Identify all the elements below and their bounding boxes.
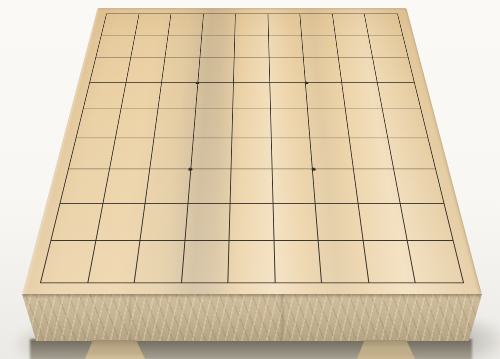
board-leg-right: [357, 340, 415, 359]
board-cell: [200, 35, 235, 58]
board-cell: [231, 169, 274, 203]
board-cell: [235, 35, 270, 58]
board-cell: [109, 138, 154, 169]
board-cell: [234, 58, 270, 83]
board-cell: [269, 35, 304, 58]
board-cell: [185, 204, 231, 241]
board-cell: [319, 241, 369, 282]
board-cell: [202, 14, 236, 35]
board-cell: [140, 204, 188, 241]
board-cell: [131, 35, 169, 58]
board-front-face: [22, 294, 482, 342]
board-cell: [339, 58, 378, 83]
board-cell: [90, 58, 131, 83]
board-cell: [158, 83, 198, 110]
board-cell: [188, 169, 232, 203]
board-cell: [196, 83, 234, 110]
board-cell: [364, 241, 416, 282]
board-cell: [395, 169, 444, 203]
board-cell: [358, 204, 408, 241]
board-cell: [121, 83, 162, 110]
board-cell: [235, 14, 268, 35]
board-cell: [302, 35, 339, 58]
hoshi-star-point: [311, 168, 316, 171]
board-cell: [389, 138, 436, 169]
board-cell: [191, 138, 233, 169]
board-cell: [272, 169, 316, 203]
board-cell: [76, 109, 121, 138]
board-cell: [401, 204, 453, 241]
board-cell: [96, 204, 146, 241]
board-cell: [96, 35, 135, 58]
board-cell: [103, 169, 150, 203]
board-cell: [271, 138, 313, 169]
board-cell: [230, 204, 275, 241]
shogi-board-surface: [22, 8, 482, 295]
board-cell: [273, 204, 319, 241]
board-cell: [408, 241, 463, 282]
board-cell: [383, 109, 428, 138]
board-cell: [274, 241, 322, 282]
board-cell: [369, 35, 408, 58]
board-cell: [135, 241, 185, 282]
board-cell: [308, 109, 349, 138]
board-cell: [229, 241, 276, 282]
board-cell: [268, 14, 302, 35]
board-cell: [316, 204, 364, 241]
board-cell: [198, 58, 235, 83]
board-cell: [270, 83, 308, 110]
product-photo-stage: [0, 0, 500, 359]
board-cell: [336, 35, 374, 58]
board-cell: [51, 204, 103, 241]
board-cell: [313, 169, 358, 203]
board-cell: [365, 14, 402, 35]
board-cell: [342, 83, 383, 110]
board-grid: [40, 14, 464, 284]
board-cell: [311, 138, 354, 169]
board-cell: [115, 109, 158, 138]
board-cell: [378, 83, 421, 110]
board-cell: [304, 58, 342, 83]
board-cell: [60, 169, 109, 203]
board-cell: [300, 14, 335, 35]
board-cell: [88, 241, 140, 282]
board-cell: [233, 83, 270, 110]
board-cell: [168, 14, 203, 35]
hoshi-star-point: [304, 81, 308, 83]
board-cell: [354, 169, 401, 203]
board-leg-left: [85, 340, 145, 359]
board-cell: [41, 241, 96, 282]
board-cell: [154, 109, 195, 138]
board-cell: [146, 169, 191, 203]
board-cell: [306, 83, 346, 110]
board-cell: [346, 109, 389, 138]
board-cell: [232, 138, 273, 169]
board-cell: [162, 58, 200, 83]
board-cell: [165, 35, 202, 58]
board-cell: [135, 14, 171, 35]
board-cell: [269, 58, 306, 83]
board-cell: [150, 138, 193, 169]
board-cell: [182, 241, 230, 282]
board-cell: [83, 83, 126, 110]
board-cell: [126, 58, 165, 83]
board-cell: [373, 58, 414, 83]
board-cell: [232, 109, 271, 138]
board-cell: [333, 14, 369, 35]
board-cell: [350, 138, 395, 169]
board-cell: [69, 138, 116, 169]
board-cell: [193, 109, 233, 138]
board-cell: [271, 109, 311, 138]
board-cell: [102, 14, 139, 35]
